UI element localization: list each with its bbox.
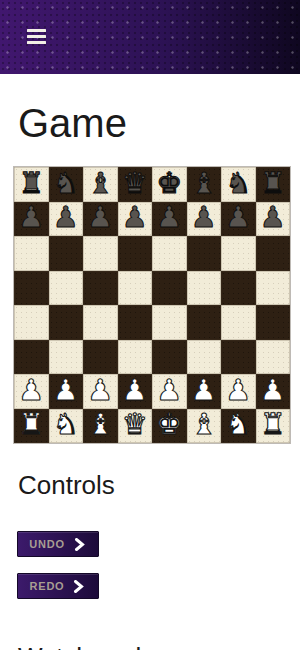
square-g7[interactable]: ♟ xyxy=(221,202,256,237)
square-e4[interactable] xyxy=(152,305,187,340)
undo-button-label: UNDO xyxy=(29,538,65,550)
chess-board[interactable]: ♜♞♝♛♚♝♞♜♟♟♟♟♟♟♟♟♟♟♟♟♟♟♟♟♜♞♝♛♚♝♞♜ xyxy=(13,166,291,444)
square-f7[interactable]: ♟ xyxy=(187,202,222,237)
square-h4[interactable] xyxy=(256,305,291,340)
square-d1[interactable]: ♛ xyxy=(118,409,153,444)
piece-white-king: ♚ xyxy=(156,410,182,439)
square-a6[interactable] xyxy=(14,236,49,271)
square-b5[interactable] xyxy=(49,271,84,306)
piece-black-pawn: ♟ xyxy=(122,203,148,232)
square-c3[interactable] xyxy=(83,340,118,375)
square-f8[interactable]: ♝ xyxy=(187,167,222,202)
square-c6[interactable] xyxy=(83,236,118,271)
hamburger-menu-icon[interactable] xyxy=(27,29,46,44)
square-e7[interactable]: ♟ xyxy=(152,202,187,237)
piece-black-pawn: ♟ xyxy=(87,203,113,232)
square-f2[interactable]: ♟ xyxy=(187,374,222,409)
piece-black-pawn: ♟ xyxy=(18,203,44,232)
piece-white-pawn: ♟ xyxy=(191,376,217,405)
square-h7[interactable]: ♟ xyxy=(256,202,291,237)
square-g3[interactable] xyxy=(221,340,256,375)
square-f3[interactable] xyxy=(187,340,222,375)
chevron-right-icon xyxy=(73,580,84,593)
square-c4[interactable] xyxy=(83,305,118,340)
square-g6[interactable] xyxy=(221,236,256,271)
square-b7[interactable]: ♟ xyxy=(49,202,84,237)
redo-button-label: REDO xyxy=(30,580,65,592)
piece-white-pawn: ♟ xyxy=(18,376,44,405)
square-a4[interactable] xyxy=(14,305,49,340)
piece-black-pawn: ♟ xyxy=(191,203,217,232)
square-d6[interactable] xyxy=(118,236,153,271)
piece-white-rook: ♜ xyxy=(260,410,286,439)
square-h8[interactable]: ♜ xyxy=(256,167,291,202)
square-f6[interactable] xyxy=(187,236,222,271)
hamburger-bar xyxy=(27,29,46,32)
piece-white-knight: ♞ xyxy=(53,410,79,439)
square-f4[interactable] xyxy=(187,305,222,340)
square-a7[interactable]: ♟ xyxy=(14,202,49,237)
piece-black-knight: ♞ xyxy=(53,169,79,198)
piece-white-bishop: ♝ xyxy=(87,410,113,439)
square-d2[interactable]: ♟ xyxy=(118,374,153,409)
piece-white-pawn: ♟ xyxy=(53,376,79,405)
piece-black-king: ♚ xyxy=(156,169,182,198)
square-f1[interactable]: ♝ xyxy=(187,409,222,444)
square-g8[interactable]: ♞ xyxy=(221,167,256,202)
square-d8[interactable]: ♛ xyxy=(118,167,153,202)
replay-heading: Watch replay xyxy=(18,642,282,650)
square-c7[interactable]: ♟ xyxy=(83,202,118,237)
square-g5[interactable] xyxy=(221,271,256,306)
hamburger-bar xyxy=(27,35,46,38)
square-h3[interactable] xyxy=(256,340,291,375)
square-a1[interactable]: ♜ xyxy=(14,409,49,444)
redo-button[interactable]: REDO xyxy=(17,573,99,599)
controls-heading: Controls xyxy=(18,470,282,500)
piece-black-rook: ♜ xyxy=(260,169,286,198)
piece-white-rook: ♜ xyxy=(18,410,44,439)
square-g4[interactable] xyxy=(221,305,256,340)
square-e8[interactable]: ♚ xyxy=(152,167,187,202)
square-b1[interactable]: ♞ xyxy=(49,409,84,444)
piece-white-pawn: ♟ xyxy=(122,376,148,405)
square-e6[interactable] xyxy=(152,236,187,271)
square-a8[interactable]: ♜ xyxy=(14,167,49,202)
square-h5[interactable] xyxy=(256,271,291,306)
piece-black-bishop: ♝ xyxy=(191,169,217,198)
square-d4[interactable] xyxy=(118,305,153,340)
square-e1[interactable]: ♚ xyxy=(152,409,187,444)
square-g2[interactable]: ♟ xyxy=(221,374,256,409)
piece-white-bishop: ♝ xyxy=(191,410,217,439)
square-d5[interactable] xyxy=(118,271,153,306)
page-title: Game xyxy=(18,101,282,145)
square-c5[interactable] xyxy=(83,271,118,306)
piece-black-rook: ♜ xyxy=(18,169,44,198)
piece-black-queen: ♛ xyxy=(122,169,148,198)
square-e3[interactable] xyxy=(152,340,187,375)
piece-white-pawn: ♟ xyxy=(225,376,251,405)
square-b3[interactable] xyxy=(49,340,84,375)
square-c1[interactable]: ♝ xyxy=(83,409,118,444)
square-a3[interactable] xyxy=(14,340,49,375)
square-g1[interactable]: ♞ xyxy=(221,409,256,444)
piece-black-pawn: ♟ xyxy=(156,203,182,232)
piece-white-knight: ♞ xyxy=(225,410,251,439)
app-page: Game ♜♞♝♛♚♝♞♜♟♟♟♟♟♟♟♟♟♟♟♟♟♟♟♟♜♞♝♛♚♝♞♜ Co… xyxy=(0,0,300,650)
piece-white-pawn: ♟ xyxy=(156,376,182,405)
square-h6[interactable] xyxy=(256,236,291,271)
square-c8[interactable]: ♝ xyxy=(83,167,118,202)
piece-black-pawn: ♟ xyxy=(260,203,286,232)
piece-black-pawn: ♟ xyxy=(53,203,79,232)
square-d7[interactable]: ♟ xyxy=(118,202,153,237)
piece-black-pawn: ♟ xyxy=(225,203,251,232)
square-b2[interactable]: ♟ xyxy=(49,374,84,409)
square-a2[interactable]: ♟ xyxy=(14,374,49,409)
piece-black-bishop: ♝ xyxy=(87,169,113,198)
chevron-right-icon xyxy=(74,538,85,551)
square-h2[interactable]: ♟ xyxy=(256,374,291,409)
square-a5[interactable] xyxy=(14,271,49,306)
piece-black-knight: ♞ xyxy=(225,169,251,198)
square-e2[interactable]: ♟ xyxy=(152,374,187,409)
square-h1[interactable]: ♜ xyxy=(256,409,291,444)
square-b4[interactable] xyxy=(49,305,84,340)
undo-button[interactable]: UNDO xyxy=(17,531,99,557)
square-d3[interactable] xyxy=(118,340,153,375)
piece-white-pawn: ♟ xyxy=(260,376,286,405)
piece-white-pawn: ♟ xyxy=(87,376,113,405)
hamburger-bar xyxy=(27,41,46,44)
square-c2[interactable]: ♟ xyxy=(83,374,118,409)
piece-white-queen: ♛ xyxy=(122,410,148,439)
square-f5[interactable] xyxy=(187,271,222,306)
square-e5[interactable] xyxy=(152,271,187,306)
square-b8[interactable]: ♞ xyxy=(49,167,84,202)
square-b6[interactable] xyxy=(49,236,84,271)
app-header xyxy=(0,0,300,74)
